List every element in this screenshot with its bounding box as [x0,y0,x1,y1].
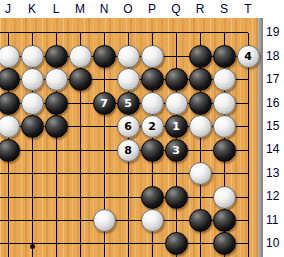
point-L11[interactable] [44,209,68,232]
point-M18[interactable] [68,45,92,68]
column-label-L: L [44,0,68,18]
point-J17[interactable] [0,68,20,91]
point-K11[interactable] [20,209,44,232]
point-O16[interactable]: 5 [116,92,140,115]
stone-white-P18[interactable] [141,45,164,68]
row-label-10: 10 [266,232,284,255]
point-R16[interactable] [188,92,212,115]
point-Q18[interactable] [164,45,188,68]
point-S18[interactable] [212,45,236,68]
point-P17[interactable] [140,68,164,91]
point-J12[interactable] [0,185,20,208]
point-S11[interactable] [212,209,236,232]
point-T15[interactable] [236,115,260,138]
point-M17[interactable] [68,68,92,91]
stone-black-S11[interactable] [213,209,236,232]
stone-black-J16[interactable] [0,92,20,115]
point-Q19[interactable] [164,21,188,44]
point-K18[interactable] [20,45,44,68]
stone-black-Q10[interactable] [165,232,188,255]
stone-white-S12[interactable] [213,186,236,209]
column-label-P: P [140,0,164,18]
point-K13[interactable] [20,162,44,185]
row-label-14: 14 [266,138,284,161]
point-S14[interactable] [212,138,236,161]
point-N14[interactable] [92,138,116,161]
point-T19[interactable] [236,21,260,44]
row-label-15: 15 [266,115,284,138]
row-label-17: 17 [266,68,284,91]
point-M10[interactable] [68,232,92,255]
stone-white-P11[interactable] [141,209,164,232]
point-R12[interactable] [188,185,212,208]
point-Q15[interactable]: 1 [164,115,188,138]
point-Q17[interactable] [164,68,188,91]
column-label-M: M [68,0,92,18]
point-M19[interactable] [68,21,92,44]
stone-black-L16[interactable] [45,92,68,115]
point-O18[interactable] [116,45,140,68]
stone-black-M17[interactable] [69,68,92,91]
stone-white-P16[interactable] [141,92,164,115]
point-J14[interactable] [0,138,20,161]
row-label-13: 13 [266,162,284,185]
point-O17[interactable] [116,68,140,91]
point-O15[interactable]: 6 [116,115,140,138]
point-M13[interactable] [68,162,92,185]
column-label-O: O [116,0,140,18]
stone-black-R17[interactable] [189,68,212,91]
point-L16[interactable] [44,92,68,115]
point-P18[interactable] [140,45,164,68]
column-label-S: S [212,0,236,18]
point-S13[interactable] [212,162,236,185]
point-J10[interactable] [0,232,20,255]
point-K14[interactable] [20,138,44,161]
point-R18[interactable] [188,45,212,68]
point-N12[interactable] [92,185,116,208]
point-J13[interactable] [0,162,20,185]
stone-white-K16[interactable] [21,92,44,115]
point-P12[interactable] [140,185,164,208]
stone-white-O18[interactable] [117,45,140,68]
stone-white-N11[interactable] [93,209,116,232]
stone-black-J17[interactable] [0,68,20,91]
column-label-R: R [188,0,212,18]
point-N19[interactable] [92,21,116,44]
point-T18[interactable]: 4 [236,45,260,68]
point-O13[interactable] [116,162,140,185]
stone-black-P12[interactable] [141,186,164,209]
stone-white-O14[interactable]: 8 [117,139,140,162]
row-labels: 19181716151413121110 [266,21,284,255]
point-S17[interactable] [212,68,236,91]
stone-black-J14[interactable] [0,139,20,162]
stone-black-L18[interactable] [45,45,68,68]
point-M16[interactable] [68,92,92,115]
stone-black-S18[interactable] [213,45,236,68]
column-label-N: N [92,0,116,18]
point-K12[interactable] [20,185,44,208]
point-K10[interactable] [20,232,44,255]
stone-black-P14[interactable] [141,139,164,162]
point-R13[interactable] [188,162,212,185]
point-M12[interactable] [68,185,92,208]
point-O19[interactable] [116,21,140,44]
point-S12[interactable] [212,185,236,208]
point-R11[interactable] [188,209,212,232]
point-J18[interactable] [0,45,20,68]
point-S19[interactable] [212,21,236,44]
stone-black-Q14[interactable]: 3 [165,139,188,162]
point-P10[interactable] [140,232,164,255]
point-N18[interactable] [92,45,116,68]
point-Q16[interactable] [164,92,188,115]
stone-white-T18[interactable]: 4 [237,45,260,68]
stone-white-J18[interactable] [0,45,20,68]
point-Q10[interactable] [164,232,188,255]
go-board: 47562183 [0,18,258,257]
stone-white-O17[interactable] [117,68,140,91]
stone-black-L15[interactable] [45,115,68,138]
point-P16[interactable] [140,92,164,115]
point-J15[interactable] [0,115,20,138]
point-R14[interactable] [188,138,212,161]
stone-black-R11[interactable] [189,209,212,232]
board-grid: 47562183 [0,21,260,255]
point-N11[interactable] [92,209,116,232]
point-T10[interactable] [236,232,260,255]
point-K17[interactable] [20,68,44,91]
stone-white-L17[interactable] [45,68,68,91]
stone-black-O16[interactable]: 5 [117,92,140,115]
point-O10[interactable] [116,232,140,255]
point-N16[interactable]: 7 [92,92,116,115]
row-label-18: 18 [266,45,284,68]
point-J16[interactable] [0,92,20,115]
row-label-11: 11 [266,209,284,232]
point-L14[interactable] [44,138,68,161]
row-label-12: 12 [266,185,284,208]
point-N10[interactable] [92,232,116,255]
point-O14[interactable]: 8 [116,138,140,161]
point-R10[interactable] [188,232,212,255]
row-label-19: 19 [266,21,284,44]
point-T16[interactable] [236,92,260,115]
stone-white-R13[interactable] [189,162,212,185]
point-L15[interactable] [44,115,68,138]
point-N17[interactable] [92,68,116,91]
point-Q11[interactable] [164,209,188,232]
point-O11[interactable] [116,209,140,232]
stone-white-P15[interactable]: 2 [141,115,164,138]
point-P14[interactable] [140,138,164,161]
point-P11[interactable] [140,209,164,232]
stone-white-K17[interactable] [21,68,44,91]
point-T12[interactable] [236,185,260,208]
stone-white-Q16[interactable] [165,92,188,115]
column-label-T: T [236,0,260,18]
row-label-16: 16 [266,92,284,115]
point-L10[interactable] [44,232,68,255]
point-R17[interactable] [188,68,212,91]
point-M11[interactable] [68,209,92,232]
point-S10[interactable] [212,232,236,255]
column-label-J: J [0,0,20,18]
stone-white-S16[interactable] [213,92,236,115]
point-M14[interactable] [68,138,92,161]
point-R19[interactable] [188,21,212,44]
point-R15[interactable] [188,115,212,138]
point-S16[interactable] [212,92,236,115]
point-T11[interactable] [236,209,260,232]
stone-black-P17[interactable] [141,68,164,91]
point-L13[interactable] [44,162,68,185]
stone-black-K15[interactable] [21,115,44,138]
point-O12[interactable] [116,185,140,208]
point-J11[interactable] [0,209,20,232]
point-T13[interactable] [236,162,260,185]
stone-black-N16[interactable]: 7 [93,92,116,115]
stone-white-S17[interactable] [213,68,236,91]
point-Q12[interactable] [164,185,188,208]
point-P15[interactable]: 2 [140,115,164,138]
point-L18[interactable] [44,45,68,68]
point-M15[interactable] [68,115,92,138]
column-label-K: K [20,0,44,18]
stone-white-J15[interactable] [0,115,20,138]
stone-black-S14[interactable] [213,139,236,162]
point-Q13[interactable] [164,162,188,185]
point-P19[interactable] [140,21,164,44]
column-label-Q: Q [164,0,188,18]
star-point-K10 [30,244,35,249]
point-T14[interactable] [236,138,260,161]
point-K19[interactable] [20,21,44,44]
point-K15[interactable] [20,115,44,138]
stone-black-Q17[interactable] [165,68,188,91]
stone-black-Q12[interactable] [165,186,188,209]
point-L19[interactable] [44,21,68,44]
point-L12[interactable] [44,185,68,208]
stone-black-R18[interactable] [189,45,212,68]
stone-white-O15[interactable]: 6 [117,115,140,138]
point-S15[interactable] [212,115,236,138]
stone-white-S15[interactable] [213,115,236,138]
point-P13[interactable] [140,162,164,185]
point-J19[interactable] [0,21,20,44]
point-T17[interactable] [236,68,260,91]
stone-black-N18[interactable] [93,45,116,68]
stone-white-R15[interactable] [189,115,212,138]
column-labels: JKLMNOPQRST [0,0,260,18]
stone-black-Q15[interactable]: 1 [165,115,188,138]
stone-white-M18[interactable] [69,45,92,68]
point-N15[interactable] [92,115,116,138]
stone-black-R16[interactable] [189,92,212,115]
point-N13[interactable] [92,162,116,185]
go-diagram: JKLMNOPQRST 47562183 1918171615141312111… [0,0,284,257]
stone-black-S10[interactable] [213,232,236,255]
point-Q14[interactable]: 3 [164,138,188,161]
point-K16[interactable] [20,92,44,115]
point-L17[interactable] [44,68,68,91]
stone-white-K18[interactable] [21,45,44,68]
